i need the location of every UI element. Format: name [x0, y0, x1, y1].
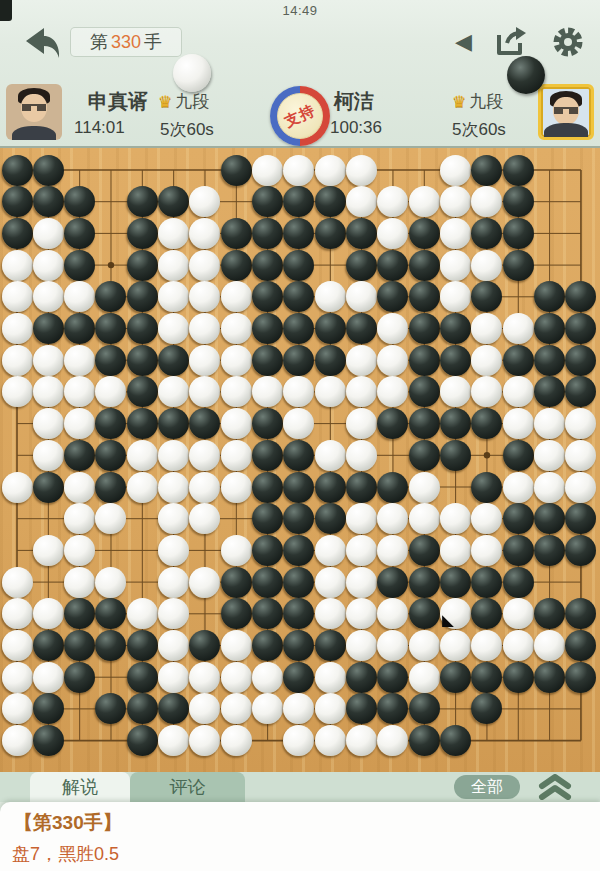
stone-white: [346, 345, 377, 376]
stone-black: [503, 250, 534, 281]
stone-white: [315, 440, 346, 471]
bottom-tab-bar: 解说 评论 全部: [0, 772, 600, 802]
stone-black: [2, 155, 33, 186]
stone-black: [252, 630, 283, 661]
stone-white: [315, 598, 346, 629]
stone-white: [503, 313, 534, 344]
stone-black: [127, 218, 158, 249]
collapse-panel-button[interactable]: [532, 774, 578, 800]
stone-white: [158, 313, 189, 344]
stone-black: [64, 313, 95, 344]
stone-black: [127, 662, 158, 693]
stone-white: [95, 567, 126, 598]
stone-white: [221, 662, 252, 693]
stone-white: [534, 472, 565, 503]
stone-black: [503, 186, 534, 217]
stone-white: [534, 630, 565, 661]
stone-white: [409, 630, 440, 661]
stone-black: [377, 567, 408, 598]
stone-white: [33, 408, 64, 439]
stone-black: [440, 408, 471, 439]
stone-black: [471, 662, 502, 693]
status-bar: 14:49: [0, 0, 600, 22]
support-vote-button[interactable]: 支持: [270, 86, 330, 146]
stone-white: [2, 281, 33, 312]
stone-black: [33, 630, 64, 661]
stone-black: [565, 345, 596, 376]
stone-black: [377, 472, 408, 503]
stone-white: [33, 218, 64, 249]
stone-black: [252, 408, 283, 439]
stone-black: [315, 218, 346, 249]
last-move-marker: [442, 615, 454, 627]
stone-black: [315, 345, 346, 376]
stone-white: [127, 472, 158, 503]
crown-icon: ♛: [452, 93, 466, 110]
previous-move-button[interactable]: ◀: [455, 24, 472, 60]
stone-black: [64, 440, 95, 471]
stone-black: [440, 313, 471, 344]
stone-white: [33, 345, 64, 376]
stone-black: [409, 345, 440, 376]
stone-black: [315, 313, 346, 344]
stone-black: [503, 218, 534, 249]
stone-black: [283, 567, 314, 598]
move-suffix: 手: [144, 30, 162, 54]
stone-black: [409, 376, 440, 407]
stone-black: [252, 535, 283, 566]
stone-white: [33, 376, 64, 407]
stone-black: [565, 662, 596, 693]
stone-white: [315, 155, 346, 186]
stone-black: [471, 567, 502, 598]
stone-white: [158, 218, 189, 249]
nav-bar: 第330手 ◀: [0, 22, 600, 62]
stone-white: [221, 725, 252, 756]
stone-white: [221, 630, 252, 661]
stone-white: [189, 472, 220, 503]
stone-black: [127, 376, 158, 407]
app-header: 14:49 第330手 ◀: [0, 0, 600, 148]
stone-white: [221, 693, 252, 724]
stone-black: [534, 662, 565, 693]
stone-white: [315, 662, 346, 693]
stone-black: [252, 345, 283, 376]
stone-white: [471, 250, 502, 281]
stone-white: [221, 535, 252, 566]
stone-black: [377, 662, 408, 693]
stone-white: [503, 376, 534, 407]
stone-white: [158, 630, 189, 661]
player-left-avatar[interactable]: [6, 84, 62, 140]
stone-white: [189, 662, 220, 693]
stone-black: [346, 472, 377, 503]
stone-white: [503, 408, 534, 439]
stone-white: [127, 598, 158, 629]
stone-black: [33, 313, 64, 344]
player-left-name: 申真谞: [88, 88, 148, 115]
stone-black: [33, 725, 64, 756]
stone-black: [377, 250, 408, 281]
commentary-result-text: 盘7，黑胜0.5: [12, 842, 119, 866]
stone-black: [127, 250, 158, 281]
stone-black: [440, 725, 471, 756]
go-board[interactable]: [0, 148, 600, 772]
player-left-time: 114:01: [74, 118, 125, 138]
stone-black: [283, 662, 314, 693]
stone-white: [440, 630, 471, 661]
move-number-display[interactable]: 第330手: [70, 27, 182, 57]
stone-white: [2, 662, 33, 693]
commentary-panel: 【第330手】 盘7，黑胜0.5: [0, 802, 600, 871]
stone-black: [221, 155, 252, 186]
black-stone-badge: [507, 56, 545, 94]
stone-white: [409, 662, 440, 693]
stone-white: [221, 281, 252, 312]
stone-white: [33, 662, 64, 693]
stone-black: [503, 155, 534, 186]
stone-white: [2, 567, 33, 598]
stone-black: [409, 408, 440, 439]
stone-white: [2, 250, 33, 281]
stone-white: [283, 155, 314, 186]
stone-black: [252, 567, 283, 598]
stone-white: [315, 693, 346, 724]
stone-white: [503, 472, 534, 503]
stone-white: [377, 345, 408, 376]
stone-white: [409, 472, 440, 503]
stone-black: [64, 662, 95, 693]
stone-white: [2, 725, 33, 756]
stone-black: [503, 503, 534, 534]
stone-white: [33, 598, 64, 629]
stone-black: [283, 345, 314, 376]
stone-white: [440, 155, 471, 186]
stone-white: [158, 662, 189, 693]
stone-black: [127, 281, 158, 312]
stone-black: [95, 472, 126, 503]
stone-white: [158, 250, 189, 281]
stone-black: [33, 155, 64, 186]
tab-commentary[interactable]: 解说: [30, 772, 130, 802]
stone-white: [2, 630, 33, 661]
stone-white: [252, 155, 283, 186]
double-chevron-up-icon: [532, 774, 578, 800]
stone-black: [33, 186, 64, 217]
stone-white: [346, 440, 377, 471]
settings-gear-icon[interactable]: [550, 24, 586, 60]
stone-black: [409, 725, 440, 756]
stone-black: [315, 630, 346, 661]
stone-black: [127, 345, 158, 376]
stone-black: [127, 313, 158, 344]
stone-black: [534, 313, 565, 344]
stone-white: [315, 535, 346, 566]
stone-black: [127, 725, 158, 756]
stone-white: [64, 472, 95, 503]
nav-actions: ◀: [455, 24, 586, 60]
stone-black: [409, 440, 440, 471]
crown-icon: ♛: [158, 93, 172, 110]
stone-black: [409, 281, 440, 312]
stone-black: [471, 155, 502, 186]
stone-black: [33, 472, 64, 503]
stone-white: [33, 440, 64, 471]
go-app: 14:49 第330手 ◀: [0, 0, 600, 871]
stone-black: [534, 345, 565, 376]
stone-white: [2, 345, 33, 376]
stone-black: [2, 218, 33, 249]
player-right-time: 100:36: [330, 118, 382, 138]
stone-black: [440, 345, 471, 376]
stone-white: [64, 535, 95, 566]
stone-black: [252, 250, 283, 281]
player-bar: 申真谞 ♛九段 114:01 5次60s 支持 柯洁 ♛九段 100:36 5次…: [0, 62, 600, 148]
stone-black: [221, 218, 252, 249]
stone-white: [158, 472, 189, 503]
stone-white: [346, 535, 377, 566]
stone-black: [471, 472, 502, 503]
stone-black: [95, 345, 126, 376]
stone-black: [440, 662, 471, 693]
stone-black: [315, 503, 346, 534]
stone-black: [409, 313, 440, 344]
support-button-label: 支持: [281, 101, 318, 132]
stone-white: [189, 345, 220, 376]
stone-black: [252, 440, 283, 471]
stone-white: [33, 535, 64, 566]
stone-black: [252, 218, 283, 249]
stone-white: [440, 535, 471, 566]
stone-white: [221, 313, 252, 344]
filter-all-button[interactable]: 全部: [454, 775, 520, 799]
stone-white: [221, 408, 252, 439]
stone-black: [409, 250, 440, 281]
stone-white: [252, 662, 283, 693]
stone-white: [2, 313, 33, 344]
player-right-byoyomi: 5次60s: [452, 118, 506, 141]
stone-black: [221, 250, 252, 281]
stone-black: [503, 345, 534, 376]
stone-white: [33, 281, 64, 312]
stone-white: [346, 155, 377, 186]
stone-white: [440, 250, 471, 281]
stone-white: [221, 440, 252, 471]
stone-white: [315, 725, 346, 756]
stone-white: [534, 408, 565, 439]
share-icon[interactable]: [494, 25, 528, 59]
stone-black: [409, 535, 440, 566]
stone-white: [221, 345, 252, 376]
stone-black: [409, 218, 440, 249]
stone-black: [2, 186, 33, 217]
stone-black: [346, 313, 377, 344]
stone-white: [158, 535, 189, 566]
stone-white: [2, 472, 33, 503]
stone-white: [64, 345, 95, 376]
back-button[interactable]: [18, 24, 62, 60]
stone-white: [221, 376, 252, 407]
stone-white: [189, 567, 220, 598]
stone-black: [127, 186, 158, 217]
back-arrow-icon: [18, 24, 62, 60]
stone-black: [64, 250, 95, 281]
commentary-move-title: 【第330手】: [14, 810, 122, 836]
stone-black: [440, 440, 471, 471]
stone-black: [64, 630, 95, 661]
stone-white: [315, 567, 346, 598]
stone-white: [221, 472, 252, 503]
stone-black: [534, 535, 565, 566]
stone-black: [127, 408, 158, 439]
stone-black: [33, 693, 64, 724]
stone-black: [221, 598, 252, 629]
move-number: 330: [111, 32, 141, 53]
player-right-rank: ♛九段: [452, 90, 503, 113]
stone-black: [315, 186, 346, 217]
player-left-rank: ♛九段: [158, 90, 209, 113]
stone-black: [503, 535, 534, 566]
stone-black: [409, 693, 440, 724]
stone-white: [565, 472, 596, 503]
stone-black: [127, 693, 158, 724]
stone-white: [409, 503, 440, 534]
stone-white: [2, 693, 33, 724]
stone-black: [503, 567, 534, 598]
stone-black: [346, 662, 377, 693]
stone-black: [64, 218, 95, 249]
stone-black: [503, 440, 534, 471]
stone-black: [283, 250, 314, 281]
stone-white: [33, 250, 64, 281]
stone-black: [283, 472, 314, 503]
status-time: 14:49: [0, 3, 600, 18]
stone-black: [252, 313, 283, 344]
stone-white: [503, 630, 534, 661]
white-stone-badge: [173, 54, 211, 92]
stone-white: [409, 186, 440, 217]
tab-comments[interactable]: 评论: [130, 772, 245, 802]
stone-black: [409, 567, 440, 598]
stone-white: [315, 376, 346, 407]
stone-white: [315, 281, 346, 312]
stone-white: [534, 440, 565, 471]
stone-white: [158, 567, 189, 598]
stone-black: [409, 598, 440, 629]
stone-white: [440, 218, 471, 249]
stone-white: [2, 376, 33, 407]
stone-white: [346, 725, 377, 756]
stone-white: [346, 408, 377, 439]
stone-white: [2, 598, 33, 629]
stone-white: [189, 250, 220, 281]
stone-white: [346, 567, 377, 598]
stone-black: [252, 472, 283, 503]
stone-white: [471, 345, 502, 376]
stone-white: [346, 630, 377, 661]
stone-black: [346, 218, 377, 249]
stone-black: [221, 567, 252, 598]
move-prefix: 第: [90, 30, 108, 54]
stone-white: [64, 567, 95, 598]
player-right-avatar[interactable]: [538, 84, 594, 140]
player-right-name: 柯洁: [334, 88, 374, 115]
stone-black: [158, 345, 189, 376]
player-left-byoyomi: 5次60s: [160, 118, 214, 141]
stone-white: [158, 440, 189, 471]
stone-black: [346, 250, 377, 281]
stone-black: [503, 662, 534, 693]
stone-white: [127, 440, 158, 471]
stone-black: [440, 567, 471, 598]
stone-white: [503, 598, 534, 629]
stone-black: [315, 472, 346, 503]
stone-black: [127, 630, 158, 661]
